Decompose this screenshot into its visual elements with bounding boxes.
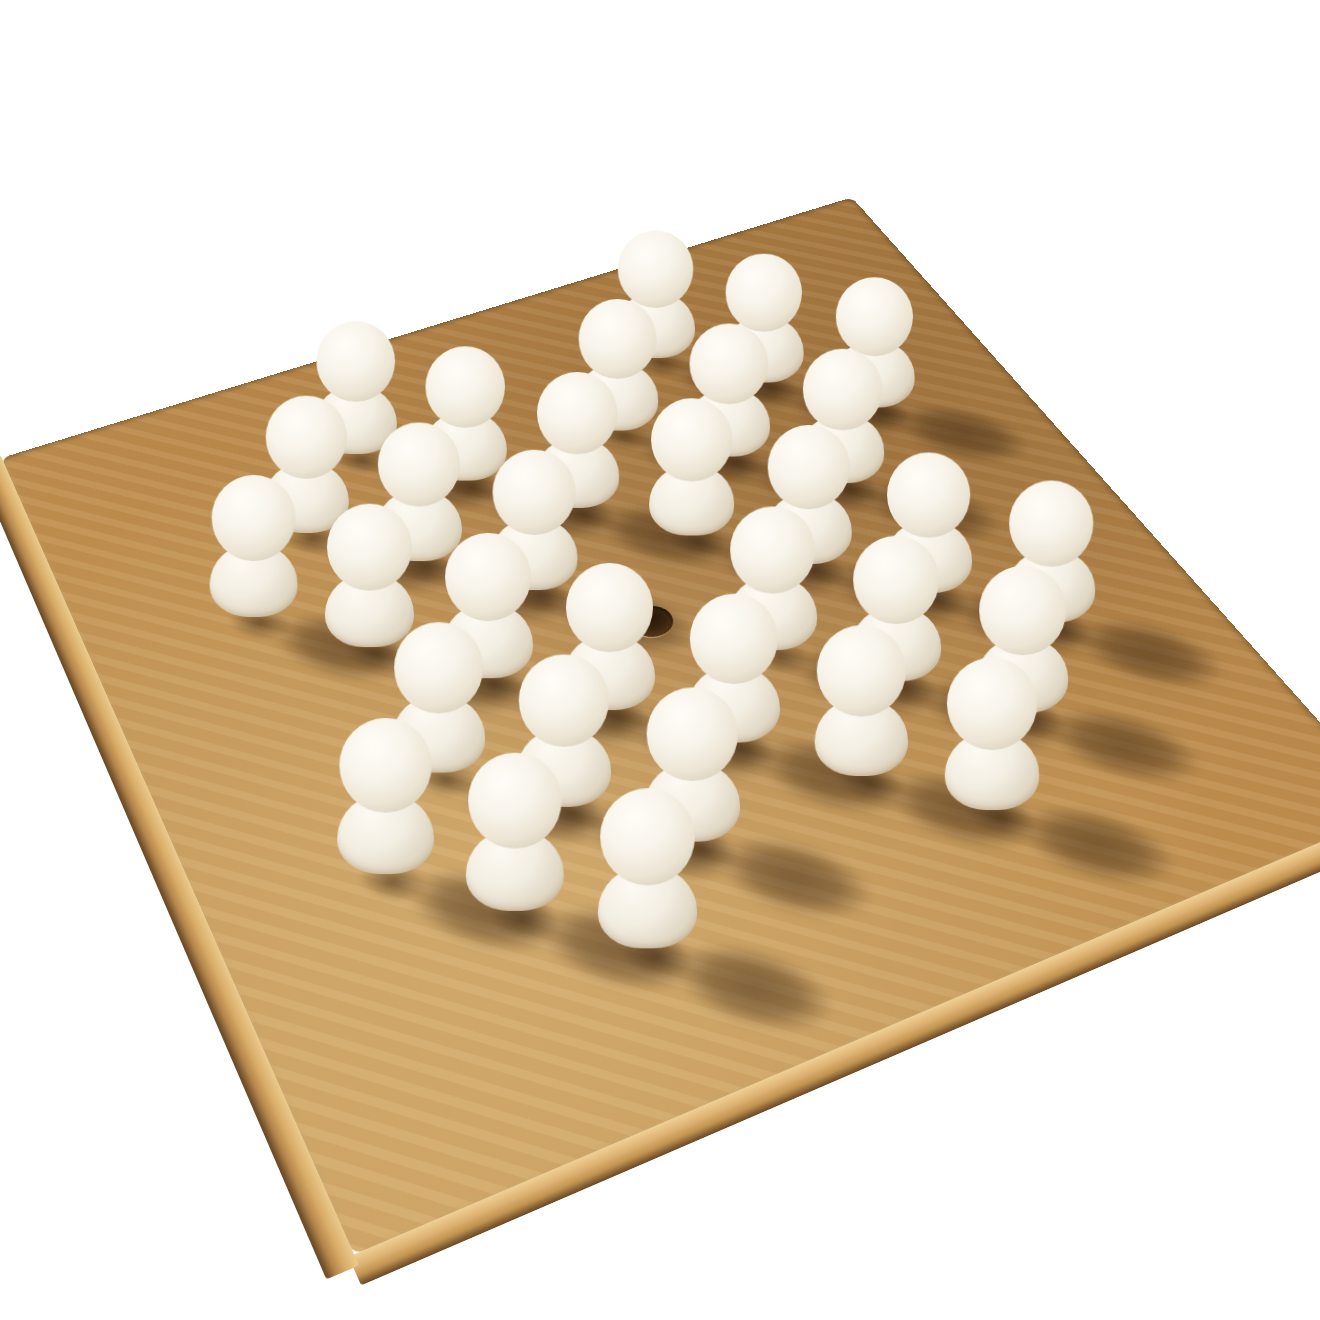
peg-r5c1[interactable] — [210, 475, 298, 617]
peg-head — [327, 504, 412, 591]
peg-head — [425, 346, 505, 427]
peg-head — [519, 654, 609, 746]
peg-head — [947, 658, 1037, 750]
peg-head — [817, 625, 906, 716]
peg-head — [468, 753, 562, 849]
peg-head — [493, 450, 576, 535]
peg-head — [853, 536, 939, 624]
peg-head — [979, 566, 1066, 655]
peg-head — [339, 718, 431, 813]
peg-r5c6[interactable] — [815, 625, 908, 776]
peg-head — [651, 398, 732, 481]
peg-head — [836, 277, 913, 356]
peg-head — [726, 254, 802, 332]
scene — [0, 0, 1320, 1320]
peg-head — [730, 507, 815, 594]
peg-head — [887, 452, 970, 537]
cell-r7c2 — [167, 773, 350, 911]
peg-r3c4[interactable] — [649, 398, 734, 535]
peg-head — [394, 622, 483, 713]
peg-head — [803, 349, 883, 431]
peg-r7c5[interactable] — [598, 788, 697, 948]
cell-r5c1 — [169, 562, 338, 679]
peg-head — [647, 687, 738, 781]
peg-head — [1009, 481, 1093, 567]
peg-head — [618, 231, 694, 308]
solitaire-board — [1, 197, 1320, 1255]
peg-head — [768, 425, 850, 509]
peg-head — [579, 299, 657, 379]
peg-head — [600, 788, 695, 885]
peg-head — [212, 475, 296, 561]
peg-head — [537, 372, 617, 454]
peg-r7c4[interactable] — [466, 753, 564, 911]
peg-head — [316, 321, 395, 402]
peg-head — [266, 396, 347, 479]
peg-head — [690, 324, 769, 405]
peg-r5c7[interactable] — [945, 658, 1040, 811]
peg-head — [566, 563, 653, 652]
peg-head — [445, 533, 531, 621]
peg-head — [690, 594, 778, 684]
peg-r7c3[interactable] — [337, 718, 434, 874]
peg-head — [378, 422, 460, 506]
